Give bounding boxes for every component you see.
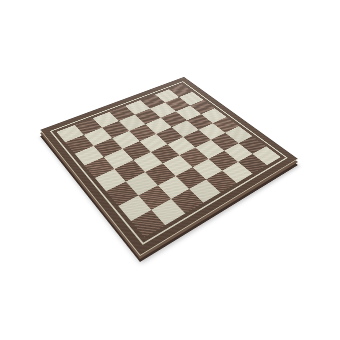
- board-squares: [56, 84, 280, 237]
- chessboard: [40, 77, 298, 256]
- product-photo-scene: [0, 0, 340, 340]
